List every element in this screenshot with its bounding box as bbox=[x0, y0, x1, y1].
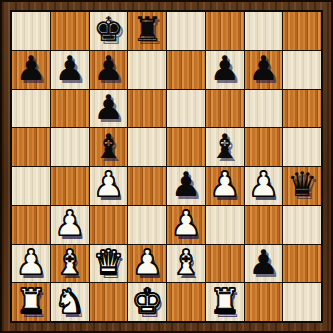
square-d8[interactable]: ♜ bbox=[128, 12, 166, 50]
white-pawn[interactable]: ♟ bbox=[54, 206, 84, 240]
square-h5[interactable] bbox=[283, 128, 321, 166]
square-c4[interactable]: ♟ bbox=[90, 167, 128, 205]
square-c1[interactable] bbox=[90, 283, 128, 321]
square-h7[interactable] bbox=[283, 51, 321, 89]
black-pawn[interactable]: ♟ bbox=[248, 245, 278, 279]
square-b7[interactable]: ♟ bbox=[51, 51, 89, 89]
square-h6[interactable] bbox=[283, 90, 321, 128]
square-a2[interactable]: ♟ bbox=[12, 245, 50, 283]
square-b8[interactable] bbox=[51, 12, 89, 50]
white-pawn[interactable]: ♟ bbox=[171, 206, 201, 240]
square-a8[interactable] bbox=[12, 12, 50, 50]
square-b5[interactable] bbox=[51, 128, 89, 166]
square-a3[interactable] bbox=[12, 206, 50, 244]
square-b1[interactable]: ♞ bbox=[51, 283, 89, 321]
white-rook[interactable]: ♜ bbox=[16, 284, 46, 318]
square-h4[interactable]: ♛ bbox=[283, 167, 321, 205]
square-g2[interactable]: ♟ bbox=[245, 245, 283, 283]
square-f2[interactable] bbox=[206, 245, 244, 283]
square-e6[interactable] bbox=[167, 90, 205, 128]
white-pawn[interactable]: ♟ bbox=[248, 167, 278, 201]
black-pawn[interactable]: ♟ bbox=[93, 51, 123, 85]
square-e4[interactable]: ♟ bbox=[167, 167, 205, 205]
square-d6[interactable] bbox=[128, 90, 166, 128]
square-d3[interactable] bbox=[128, 206, 166, 244]
white-bishop[interactable]: ♝ bbox=[171, 245, 201, 279]
white-pawn[interactable]: ♟ bbox=[209, 167, 239, 201]
square-g1[interactable] bbox=[245, 283, 283, 321]
square-f3[interactable] bbox=[206, 206, 244, 244]
square-e7[interactable] bbox=[167, 51, 205, 89]
black-pawn[interactable]: ♟ bbox=[171, 167, 201, 201]
white-bishop[interactable]: ♝ bbox=[54, 245, 84, 279]
square-a4[interactable] bbox=[12, 167, 50, 205]
square-a5[interactable] bbox=[12, 128, 50, 166]
square-e3[interactable]: ♟ bbox=[167, 206, 205, 244]
square-f8[interactable] bbox=[206, 12, 244, 50]
square-h3[interactable] bbox=[283, 206, 321, 244]
square-b3[interactable]: ♟ bbox=[51, 206, 89, 244]
square-g6[interactable] bbox=[245, 90, 283, 128]
square-g8[interactable] bbox=[245, 12, 283, 50]
black-pawn[interactable]: ♟ bbox=[209, 51, 239, 85]
square-f7[interactable]: ♟ bbox=[206, 51, 244, 89]
black-pawn[interactable]: ♟ bbox=[93, 90, 123, 124]
black-bishop[interactable]: ♝ bbox=[93, 129, 123, 163]
square-f5[interactable]: ♝ bbox=[206, 128, 244, 166]
white-knight[interactable]: ♞ bbox=[54, 284, 84, 318]
square-d2[interactable]: ♟ bbox=[128, 245, 166, 283]
white-rook[interactable]: ♜ bbox=[209, 284, 239, 318]
square-c6[interactable]: ♟ bbox=[90, 90, 128, 128]
square-e2[interactable]: ♝ bbox=[167, 245, 205, 283]
square-f1[interactable]: ♜ bbox=[206, 283, 244, 321]
square-a7[interactable]: ♟ bbox=[12, 51, 50, 89]
square-f6[interactable] bbox=[206, 90, 244, 128]
square-c8[interactable]: ♚ bbox=[90, 12, 128, 50]
square-d1[interactable]: ♚ bbox=[128, 283, 166, 321]
square-b2[interactable]: ♝ bbox=[51, 245, 89, 283]
square-d5[interactable] bbox=[128, 128, 166, 166]
white-queen[interactable]: ♛ bbox=[93, 245, 123, 279]
square-b6[interactable] bbox=[51, 90, 89, 128]
square-f4[interactable]: ♟ bbox=[206, 167, 244, 205]
square-g3[interactable] bbox=[245, 206, 283, 244]
square-e5[interactable] bbox=[167, 128, 205, 166]
square-h1[interactable] bbox=[283, 283, 321, 321]
black-bishop[interactable]: ♝ bbox=[209, 129, 239, 163]
square-a1[interactable]: ♜ bbox=[12, 283, 50, 321]
black-king[interactable]: ♚ bbox=[93, 12, 123, 46]
square-e8[interactable] bbox=[167, 12, 205, 50]
chess-board: ♚♜♟♟♟♟♟♟♝♝♟♟♟♟♛♟♟♟♝♛♟♝♟♜♞♚♜ bbox=[10, 10, 323, 323]
square-c2[interactable]: ♛ bbox=[90, 245, 128, 283]
black-queen[interactable]: ♛ bbox=[287, 167, 317, 201]
square-h8[interactable] bbox=[283, 12, 321, 50]
black-rook[interactable]: ♜ bbox=[132, 12, 162, 46]
square-c5[interactable]: ♝ bbox=[90, 128, 128, 166]
board-frame: ♚♜♟♟♟♟♟♟♝♝♟♟♟♟♛♟♟♟♝♛♟♝♟♜♞♚♜ bbox=[0, 0, 333, 333]
square-c3[interactable] bbox=[90, 206, 128, 244]
black-pawn[interactable]: ♟ bbox=[16, 51, 46, 85]
black-pawn[interactable]: ♟ bbox=[54, 51, 84, 85]
white-king[interactable]: ♚ bbox=[132, 284, 162, 318]
square-g5[interactable] bbox=[245, 128, 283, 166]
square-d7[interactable] bbox=[128, 51, 166, 89]
square-e1[interactable] bbox=[167, 283, 205, 321]
square-g4[interactable]: ♟ bbox=[245, 167, 283, 205]
square-g7[interactable]: ♟ bbox=[245, 51, 283, 89]
square-b4[interactable] bbox=[51, 167, 89, 205]
square-d4[interactable] bbox=[128, 167, 166, 205]
white-pawn[interactable]: ♟ bbox=[93, 167, 123, 201]
black-pawn[interactable]: ♟ bbox=[248, 51, 278, 85]
white-pawn[interactable]: ♟ bbox=[16, 245, 46, 279]
square-c7[interactable]: ♟ bbox=[90, 51, 128, 89]
square-a6[interactable] bbox=[12, 90, 50, 128]
white-pawn[interactable]: ♟ bbox=[132, 245, 162, 279]
square-h2[interactable] bbox=[283, 245, 321, 283]
